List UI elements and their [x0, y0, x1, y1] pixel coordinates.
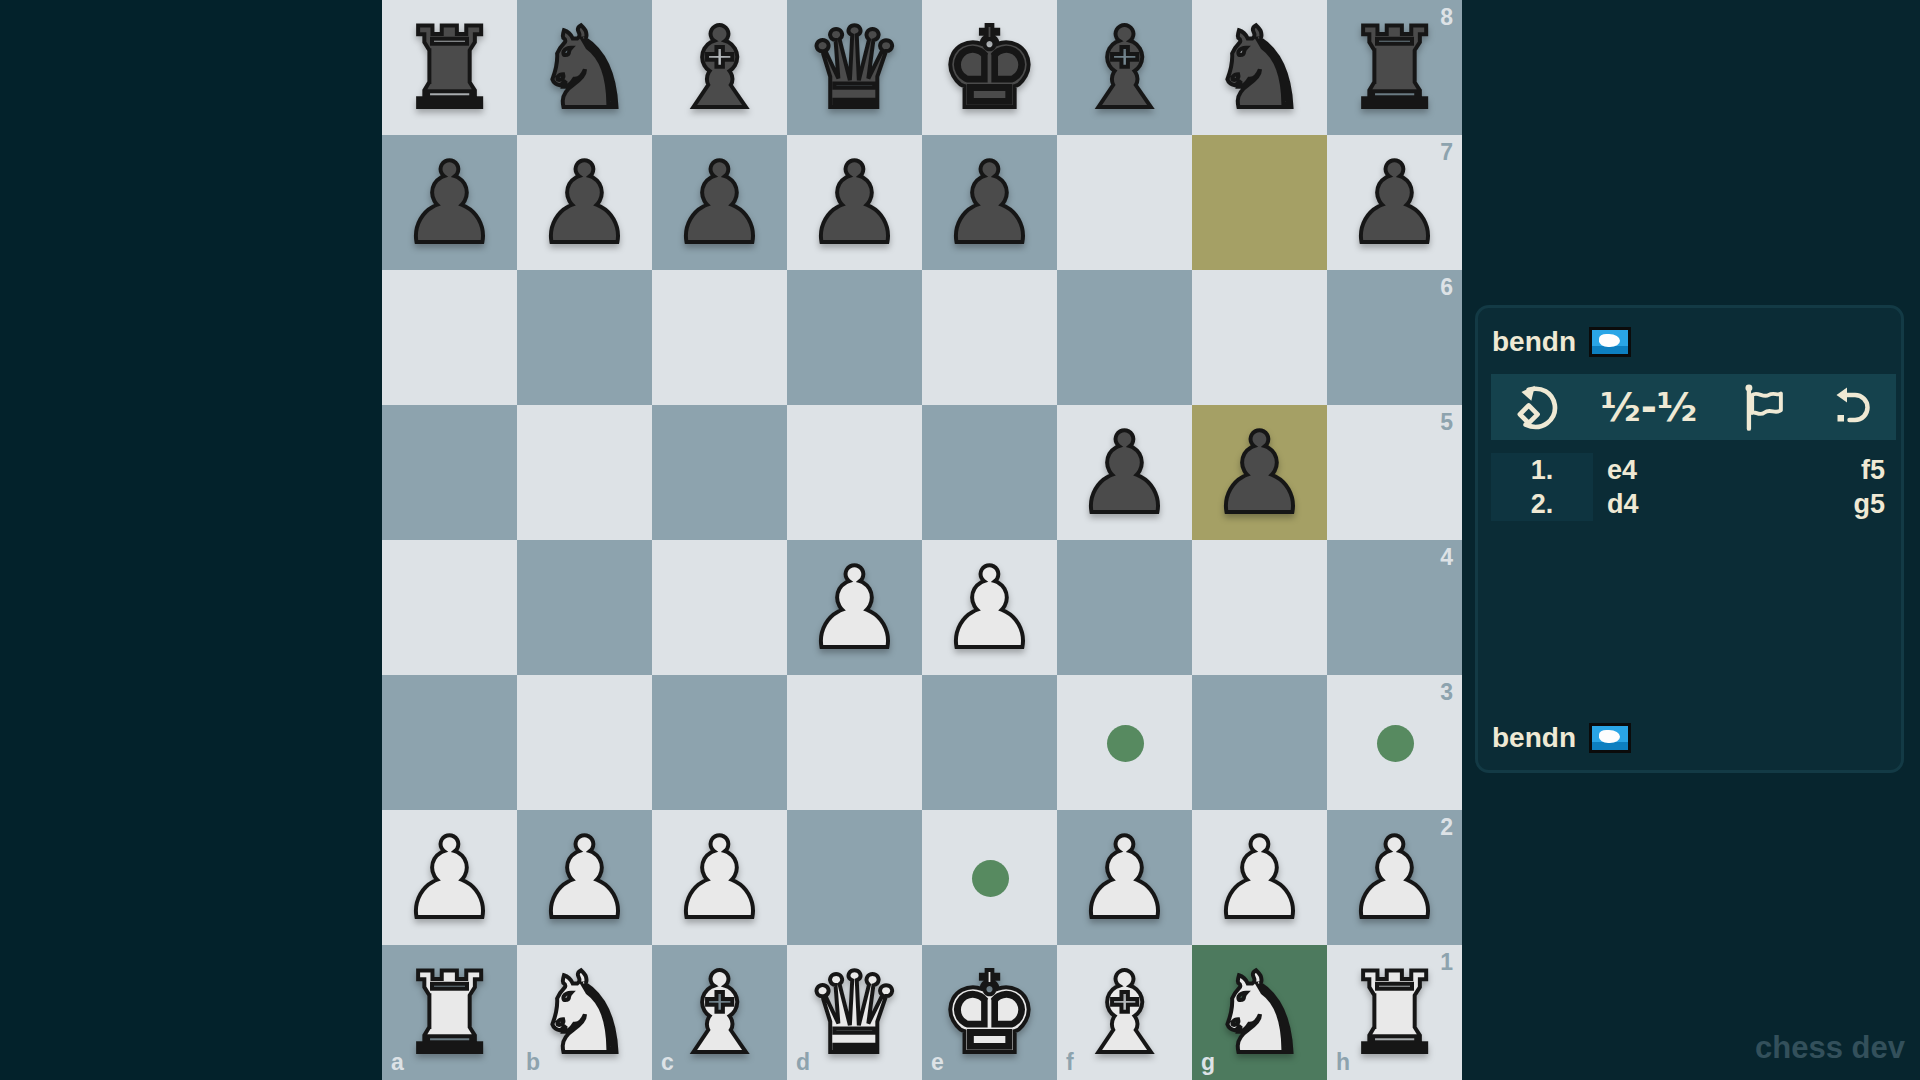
file-label: e: [931, 1051, 944, 1074]
square-g4[interactable]: [1192, 540, 1327, 675]
file-label: g: [1201, 1051, 1215, 1074]
square-h1[interactable]: ♜1h: [1327, 945, 1462, 1080]
square-a6[interactable]: [382, 270, 517, 405]
player-flag-icon: [1589, 723, 1631, 753]
draw-offer-button[interactable]: ½-½: [1600, 388, 1697, 427]
black-pawn[interactable]: ♟: [652, 135, 787, 270]
square-d7[interactable]: ♟: [787, 135, 922, 270]
square-h6[interactable]: 6: [1327, 270, 1462, 405]
move-target-dot[interactable]: [1377, 725, 1414, 762]
black-pawn[interactable]: ♟: [1057, 405, 1192, 540]
file-label: c: [661, 1051, 674, 1074]
square-g1[interactable]: ♞g: [1192, 945, 1327, 1080]
square-c5[interactable]: [652, 405, 787, 540]
game-controls: ½-½: [1491, 374, 1896, 440]
draw-offer-label: ½-½: [1600, 388, 1697, 427]
undo-button[interactable]: [1828, 383, 1876, 431]
square-c6[interactable]: [652, 270, 787, 405]
square-e6[interactable]: [922, 270, 1057, 405]
square-a3[interactable]: [382, 675, 517, 810]
square-e2[interactable]: [922, 810, 1057, 945]
square-h2[interactable]: ♟2: [1327, 810, 1462, 945]
square-d3[interactable]: [787, 675, 922, 810]
square-b2[interactable]: ♟: [517, 810, 652, 945]
square-b4[interactable]: [517, 540, 652, 675]
square-b3[interactable]: [517, 675, 652, 810]
black-king[interactable]: ♚: [922, 0, 1057, 135]
white-bishop[interactable]: ♝: [1057, 945, 1192, 1080]
square-d5[interactable]: [787, 405, 922, 540]
square-f2[interactable]: ♟: [1057, 810, 1192, 945]
square-h8[interactable]: ♜8: [1327, 0, 1462, 135]
black-bishop[interactable]: ♝: [652, 0, 787, 135]
white-pawn[interactable]: ♟: [382, 810, 517, 945]
chess-dev-watermark: chess dev: [1755, 1030, 1905, 1066]
square-a7[interactable]: ♟: [382, 135, 517, 270]
file-label: h: [1336, 1051, 1350, 1074]
rank-label: 4: [1440, 546, 1453, 569]
black-rook[interactable]: ♜: [382, 0, 517, 135]
white-pawn[interactable]: ♟: [652, 810, 787, 945]
square-g7[interactable]: [1192, 135, 1327, 270]
square-e1[interactable]: ♚e: [922, 945, 1057, 1080]
rank-label: 6: [1440, 276, 1453, 299]
left-sidebar: [0, 0, 382, 1080]
game-panel: bendn ½-½ 1.e: [1475, 305, 1904, 773]
black-bishop[interactable]: ♝: [1057, 0, 1192, 135]
square-e4[interactable]: ♟: [922, 540, 1057, 675]
black-pawn[interactable]: ♟: [922, 135, 1057, 270]
move-number: 2.: [1491, 487, 1593, 521]
square-g8[interactable]: ♞: [1192, 0, 1327, 135]
square-f4[interactable]: [1057, 540, 1192, 675]
square-d8[interactable]: ♛: [787, 0, 922, 135]
rank-label: 3: [1440, 681, 1453, 704]
square-c2[interactable]: ♟: [652, 810, 787, 945]
square-b8[interactable]: ♞: [517, 0, 652, 135]
square-d2[interactable]: [787, 810, 922, 945]
rank-label: 7: [1440, 141, 1453, 164]
player-name: bendn: [1492, 326, 1576, 358]
flip-board-icon: [1511, 382, 1561, 432]
square-d4[interactable]: ♟: [787, 540, 922, 675]
move-list: 1.e4f52.d4g5: [1491, 453, 1896, 521]
resign-flag-icon: [1737, 381, 1789, 433]
flip-board-button[interactable]: [1511, 382, 1561, 432]
player-flag-icon: [1589, 327, 1631, 357]
square-e3[interactable]: [922, 675, 1057, 810]
black-queen[interactable]: ♛: [787, 0, 922, 135]
move-black[interactable]: g5: [1853, 489, 1896, 520]
square-h7[interactable]: ♟7: [1327, 135, 1462, 270]
square-e7[interactable]: ♟: [922, 135, 1057, 270]
move-black[interactable]: f5: [1861, 455, 1896, 486]
black-pawn[interactable]: ♟: [517, 135, 652, 270]
white-pawn[interactable]: ♟: [1057, 810, 1192, 945]
undo-icon: [1828, 383, 1876, 431]
white-pawn[interactable]: ♟: [517, 810, 652, 945]
player-row-top: bendn: [1492, 326, 1631, 358]
move-number: 1.: [1491, 453, 1593, 487]
square-h4[interactable]: 4: [1327, 540, 1462, 675]
square-f1[interactable]: ♝f: [1057, 945, 1192, 1080]
rank-label: 5: [1440, 411, 1453, 434]
square-a4[interactable]: [382, 540, 517, 675]
player-name: bendn: [1492, 722, 1576, 754]
square-g6[interactable]: [1192, 270, 1327, 405]
black-pawn[interactable]: ♟: [382, 135, 517, 270]
square-b7[interactable]: ♟: [517, 135, 652, 270]
square-c1[interactable]: ♝c: [652, 945, 787, 1080]
square-a1[interactable]: ♜a: [382, 945, 517, 1080]
square-d6[interactable]: [787, 270, 922, 405]
square-h5[interactable]: 5: [1327, 405, 1462, 540]
square-a2[interactable]: ♟: [382, 810, 517, 945]
chess-board: ♜♞♝♛♚♝♞♜8♟♟♟♟♟♟76♟♟5♟♟43♟♟♟♟♟♟2♜a♞b♝c♛d♚…: [382, 0, 1462, 1080]
square-h3[interactable]: 3: [1327, 675, 1462, 810]
square-b5[interactable]: [517, 405, 652, 540]
square-a5[interactable]: [382, 405, 517, 540]
square-g2[interactable]: ♟: [1192, 810, 1327, 945]
square-g5[interactable]: ♟: [1192, 405, 1327, 540]
black-knight[interactable]: ♞: [1192, 0, 1327, 135]
square-f7[interactable]: [1057, 135, 1192, 270]
square-f5[interactable]: ♟: [1057, 405, 1192, 540]
white-pawn[interactable]: ♟: [922, 540, 1057, 675]
move-row: 2.d4g5: [1491, 487, 1896, 521]
black-pawn[interactable]: ♟: [787, 135, 922, 270]
square-d1[interactable]: ♛d: [787, 945, 922, 1080]
resign-button[interactable]: [1737, 381, 1789, 433]
move-white[interactable]: e4: [1593, 455, 1861, 486]
white-pawn[interactable]: ♟: [1192, 810, 1327, 945]
file-label: a: [391, 1051, 404, 1074]
rank-label: 8: [1440, 6, 1453, 29]
file-label: d: [796, 1051, 810, 1074]
square-b6[interactable]: [517, 270, 652, 405]
square-b1[interactable]: ♞b: [517, 945, 652, 1080]
file-label: b: [526, 1051, 540, 1074]
square-f3[interactable]: [1057, 675, 1192, 810]
square-c7[interactable]: ♟: [652, 135, 787, 270]
player-row-bottom: bendn: [1492, 722, 1631, 754]
move-target-dot[interactable]: [1107, 725, 1144, 762]
square-e8[interactable]: ♚: [922, 0, 1057, 135]
white-pawn[interactable]: ♟: [787, 540, 922, 675]
black-pawn[interactable]: ♟: [1192, 405, 1327, 540]
move-target-dot[interactable]: [972, 860, 1009, 897]
rank-label: 1: [1440, 951, 1453, 974]
move-white[interactable]: d4: [1593, 489, 1853, 520]
black-knight[interactable]: ♞: [517, 0, 652, 135]
move-row: 1.e4f5: [1491, 453, 1896, 487]
square-c3[interactable]: [652, 675, 787, 810]
square-g3[interactable]: [1192, 675, 1327, 810]
square-e5[interactable]: [922, 405, 1057, 540]
file-label: f: [1066, 1051, 1074, 1074]
square-c8[interactable]: ♝: [652, 0, 787, 135]
rank-label: 2: [1440, 816, 1453, 839]
square-f8[interactable]: ♝: [1057, 0, 1192, 135]
square-f6[interactable]: [1057, 270, 1192, 405]
square-c4[interactable]: [652, 540, 787, 675]
square-a8[interactable]: ♜: [382, 0, 517, 135]
